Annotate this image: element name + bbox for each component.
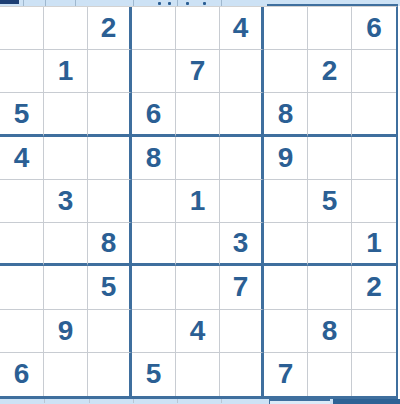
cell-r9c2[interactable] (44, 353, 88, 396)
toolbar-fragment-bottom (0, 399, 400, 404)
bottom-separator (177, 399, 178, 403)
cell-r6c2[interactable] (44, 223, 88, 266)
cell-r1c5[interactable] (176, 7, 220, 50)
cell-r2c7[interactable] (264, 50, 308, 93)
cell-r8c5[interactable]: 4 (176, 310, 220, 353)
cell-r6c8[interactable] (308, 223, 352, 266)
cell-r9c3[interactable] (88, 353, 132, 396)
cell-r6c3[interactable]: 8 (88, 223, 132, 266)
cell-r9c1[interactable]: 6 (0, 353, 44, 396)
cell-r2c5[interactable]: 7 (176, 50, 220, 93)
grid-top-border (267, 4, 398, 6)
given-digit: 8 (278, 100, 294, 128)
toolbar-corner-fragment (0, 0, 19, 4)
cell-r9c6[interactable] (220, 353, 264, 396)
cell-r6c9[interactable]: 1 (352, 223, 396, 266)
cell-r2c3[interactable] (88, 50, 132, 93)
cell-r7c3[interactable]: 5 (88, 266, 132, 309)
cell-r3c9[interactable] (352, 93, 396, 136)
toolbar-text-fragment (203, 2, 206, 5)
cell-r4c1[interactable]: 4 (0, 137, 44, 180)
cell-r2c4[interactable] (132, 50, 176, 93)
cell-r6c4[interactable] (132, 223, 176, 266)
cell-r4c4[interactable]: 8 (132, 137, 176, 180)
cell-r1c8[interactable] (308, 7, 352, 50)
given-digit: 5 (14, 100, 30, 128)
cell-r1c7[interactable] (264, 7, 308, 50)
cell-r7c8[interactable] (308, 266, 352, 309)
cell-r2c6[interactable] (220, 50, 264, 93)
given-digit: 9 (58, 317, 74, 345)
given-digit: 6 (366, 14, 382, 42)
given-digit: 4 (190, 317, 206, 345)
cell-r7c9[interactable]: 2 (352, 266, 396, 309)
cell-r1c4[interactable] (132, 7, 176, 50)
cell-r8c6[interactable] (220, 310, 264, 353)
given-digit: 1 (366, 229, 382, 257)
cell-r3c8[interactable] (308, 93, 352, 136)
cell-r8c7[interactable] (264, 310, 308, 353)
cell-r1c1[interactable] (0, 7, 44, 50)
bottom-separator (133, 399, 134, 403)
cell-r4c9[interactable] (352, 137, 396, 180)
cell-r5c1[interactable] (0, 180, 44, 223)
cell-r4c2[interactable] (44, 137, 88, 180)
cell-r5c9[interactable] (352, 180, 396, 223)
cell-r8c4[interactable] (132, 310, 176, 353)
bottom-separator (89, 399, 90, 403)
given-digit: 3 (233, 229, 249, 257)
cell-r7c1[interactable] (0, 266, 44, 309)
cell-r6c5[interactable] (176, 223, 220, 266)
given-digit: 7 (190, 57, 206, 85)
toolbar-text-fragment (168, 2, 171, 5)
given-digit: 9 (278, 144, 294, 172)
sudoku-grid: 246172568489315831572948657 (0, 7, 396, 396)
cell-r2c8[interactable]: 2 (308, 50, 352, 93)
cell-r5c8[interactable]: 5 (308, 180, 352, 223)
cell-r6c6[interactable]: 3 (220, 223, 264, 266)
cell-r5c3[interactable] (88, 180, 132, 223)
cell-r5c5[interactable]: 1 (176, 180, 220, 223)
cell-r9c8[interactable] (308, 353, 352, 396)
cell-r7c4[interactable] (132, 266, 176, 309)
cell-r3c6[interactable] (220, 93, 264, 136)
cell-r2c2[interactable]: 1 (44, 50, 88, 93)
cell-r8c3[interactable] (88, 310, 132, 353)
given-digit: 7 (233, 273, 249, 301)
given-digit: 6 (14, 360, 30, 388)
bottom-separator (44, 399, 45, 403)
given-digit: 4 (233, 14, 249, 42)
cell-r4c5[interactable] (176, 137, 220, 180)
given-digit: 8 (101, 229, 117, 257)
given-digit: 2 (101, 14, 117, 42)
cell-r3c2[interactable] (44, 93, 88, 136)
given-digit: 5 (146, 360, 162, 388)
cell-r1c3[interactable]: 2 (88, 7, 132, 50)
cell-r5c2[interactable]: 3 (44, 180, 88, 223)
cell-r6c1[interactable] (0, 223, 44, 266)
cell-r1c9[interactable]: 6 (352, 7, 396, 50)
sudoku-board: 246172568489315831572948657 (0, 6, 398, 399)
given-digit: 2 (366, 273, 382, 301)
given-digit: 5 (322, 187, 338, 215)
given-digit: 5 (101, 273, 117, 301)
cell-r4c8[interactable] (308, 137, 352, 180)
cell-r9c4[interactable]: 5 (132, 353, 176, 396)
cell-r7c5[interactable] (176, 266, 220, 309)
cell-r7c6[interactable]: 7 (220, 266, 264, 309)
cell-r1c2[interactable] (44, 7, 88, 50)
cell-r5c4[interactable] (132, 180, 176, 223)
given-digit: 2 (322, 57, 338, 85)
toolbar-text-fragment (186, 2, 189, 5)
cell-r8c2[interactable]: 9 (44, 310, 88, 353)
given-digit: 8 (146, 144, 162, 172)
cell-r4c3[interactable] (88, 137, 132, 180)
button-fragment-light (269, 399, 330, 404)
bottom-separator (221, 399, 222, 403)
given-digit: 3 (58, 187, 74, 215)
cell-r3c4[interactable]: 6 (132, 93, 176, 136)
given-digit: 8 (322, 317, 338, 345)
cell-r7c7[interactable] (264, 266, 308, 309)
given-digit: 1 (190, 187, 206, 215)
button-fragment-dark (333, 399, 400, 404)
cell-r2c1[interactable] (0, 50, 44, 93)
cell-r9c5[interactable] (176, 353, 220, 396)
given-digit: 4 (14, 144, 30, 172)
cell-r2c9[interactable] (352, 50, 396, 93)
cell-r4c6[interactable] (220, 137, 264, 180)
cell-r8c9[interactable] (352, 310, 396, 353)
cell-r5c7[interactable] (264, 180, 308, 223)
given-digit: 1 (58, 57, 74, 85)
toolbar-text-fragment (158, 2, 161, 5)
cell-r8c1[interactable] (0, 310, 44, 353)
cell-r5c6[interactable] (220, 180, 264, 223)
cell-r4c7[interactable]: 9 (264, 137, 308, 180)
cell-r3c3[interactable] (88, 93, 132, 136)
cell-r7c2[interactable] (44, 266, 88, 309)
cell-r9c7[interactable]: 7 (264, 353, 308, 396)
given-digit: 7 (278, 360, 294, 388)
cell-r6c7[interactable] (264, 223, 308, 266)
cell-r9c9[interactable] (352, 353, 396, 396)
cell-r3c5[interactable] (176, 93, 220, 136)
cell-r8c8[interactable]: 8 (308, 310, 352, 353)
sudoku-page: 246172568489315831572948657 (0, 0, 400, 404)
cell-r3c1[interactable]: 5 (0, 93, 44, 136)
given-digit: 6 (146, 100, 162, 128)
cell-r1c6[interactable]: 4 (220, 7, 264, 50)
cell-r3c7[interactable]: 8 (264, 93, 308, 136)
